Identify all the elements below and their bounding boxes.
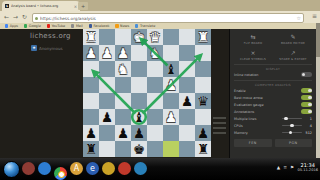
toggle-row: Annotations xyxy=(234,108,312,115)
board-square[interactable] xyxy=(179,141,195,157)
board-square[interactable] xyxy=(83,109,99,125)
white-queen[interactable]: ♛ xyxy=(149,29,161,45)
board-square[interactable]: ♟ xyxy=(83,45,99,61)
panel-footer: FENPGN xyxy=(234,139,312,147)
board-square[interactable] xyxy=(147,93,163,109)
panel-button-label: SHARE & EXPORT xyxy=(279,57,306,61)
white-rook[interactable]: ♜ xyxy=(197,29,209,45)
bookmark-favicon xyxy=(71,24,74,27)
browser-menu-icon[interactable]: ≡ xyxy=(312,12,317,19)
board-square[interactable] xyxy=(163,141,179,157)
panel-button-clear-symbols[interactable]: ×CLEAR SYMBOLS xyxy=(234,48,272,62)
clock-date: 05.11.2016 xyxy=(297,168,318,172)
lichess-favicon: ♞ xyxy=(5,4,9,8)
board-square[interactable] xyxy=(99,141,115,157)
bookmark-label: Facebook xyxy=(93,24,109,28)
toggle-label: Annotations xyxy=(234,110,254,114)
board-square[interactable] xyxy=(83,61,99,77)
black-pawn[interactable]: ♟ xyxy=(133,125,145,141)
board-square[interactable]: ♟ xyxy=(163,109,179,125)
bookmark-item[interactable]: Translate xyxy=(135,24,155,28)
black-pawn[interactable]: ♟ xyxy=(181,93,193,109)
board-square[interactable] xyxy=(99,93,115,109)
board-square[interactable] xyxy=(179,61,195,77)
board-square[interactable]: ♟ xyxy=(99,109,115,125)
board-square[interactable]: ♝ xyxy=(163,61,179,77)
section-display-toggles: Inline notation xyxy=(234,71,312,78)
bookmark-item[interactable]: News xyxy=(115,24,129,28)
chrome-icon[interactable] xyxy=(54,167,67,180)
board-square[interactable]: ♜ xyxy=(83,141,99,157)
footer-button-pgn[interactable]: PGN xyxy=(275,139,313,147)
board-square[interactable] xyxy=(179,125,195,141)
board-square[interactable] xyxy=(83,93,99,109)
move-list-line xyxy=(213,122,226,124)
white-pawn[interactable]: ♟ xyxy=(85,45,97,61)
panel-button-board-editor[interactable]: ✎BOARD EDITOR xyxy=(274,32,312,46)
slider-value: 512 xyxy=(304,131,312,135)
toggle-switch[interactable] xyxy=(301,72,312,77)
toggle-label: Inline notation xyxy=(234,73,258,77)
toggle-row: Best move arrow xyxy=(234,94,312,101)
board-square[interactable] xyxy=(115,109,131,125)
footer-button-fen[interactable]: FEN xyxy=(234,139,272,147)
toggle-label: Enable xyxy=(234,89,246,93)
board-square[interactable] xyxy=(131,61,147,77)
black-bishop[interactable]: ♝ xyxy=(165,61,177,77)
bookmark-favicon xyxy=(47,24,50,27)
slider-label: Multiple lines xyxy=(234,117,280,121)
taskbar-app-icon[interactable] xyxy=(118,162,131,175)
panel-button-label: CLEAR SYMBOLS xyxy=(240,57,266,61)
forward-icon[interactable]: → xyxy=(13,13,18,20)
board-square[interactable]: ♟ xyxy=(99,45,115,61)
slider-value: 4 xyxy=(304,124,312,128)
board-square[interactable] xyxy=(131,45,147,61)
black-king[interactable]: ♚ xyxy=(133,141,145,157)
board-square[interactable] xyxy=(147,109,163,125)
white-pawn[interactable]: ♟ xyxy=(117,45,129,61)
browser-tab-strip: ♞ Analysis board • lichess.org × + xyxy=(0,0,320,11)
board-square[interactable]: ♜ xyxy=(83,29,99,45)
section-analysis-toggles: EnableBest move arrowEvaluation gaugeAnn… xyxy=(234,87,312,115)
board-square[interactable]: ♟ xyxy=(83,125,99,141)
black-rook[interactable]: ♜ xyxy=(197,141,209,157)
board-square[interactable] xyxy=(195,109,211,125)
board-square[interactable] xyxy=(179,77,195,93)
black-rook[interactable]: ♜ xyxy=(85,141,97,157)
slider-track[interactable] xyxy=(282,125,302,127)
chess-board[interactable]: ♜♚♛♜♟♟♟♞♞♝♟♟♛♟♝♟♟♟♟♟♜♚♜ xyxy=(83,29,211,157)
slider-track[interactable] xyxy=(282,132,302,134)
black-queen[interactable]: ♛ xyxy=(197,93,209,109)
panel-action-buttons: ⇆FLIP BOARD✎BOARD EDITOR×CLEAR SYMBOLS↗S… xyxy=(234,32,312,62)
black-bishop[interactable]: ♝ xyxy=(133,109,145,125)
bookmark-label: Translate xyxy=(140,24,155,28)
board-square[interactable]: ♚ xyxy=(131,29,147,45)
scrollbar-thumb[interactable] xyxy=(316,23,320,57)
bookmark-favicon xyxy=(115,24,118,27)
board-square[interactable]: ♜ xyxy=(195,141,211,157)
toggle-label: Evaluation gauge xyxy=(234,103,264,107)
white-knight[interactable]: ♞ xyxy=(117,61,129,77)
bookmark-item[interactable]: Facebook xyxy=(89,24,110,28)
lichess-page: lichess.org ★ Anonymous ♜♚♛♜♟♟♟♞♞♝♟♟♛♟♝♟… xyxy=(0,29,320,158)
taskbar-clock[interactable]: 21:34 05.11.2016 xyxy=(297,162,318,172)
bookmark-favicon xyxy=(89,24,92,27)
bookmark-item[interactable]: Apps xyxy=(5,24,18,28)
board-square[interactable] xyxy=(195,77,211,93)
back-icon[interactable]: ← xyxy=(4,13,9,20)
bookmark-item[interactable]: Google xyxy=(24,24,41,28)
url-text: https://lichess.org/analysis xyxy=(40,16,295,21)
white-rook[interactable]: ♜ xyxy=(85,29,97,45)
board-square[interactable] xyxy=(163,45,179,61)
board-square[interactable]: ♟ xyxy=(179,93,195,109)
panel-button-label: BOARD EDITOR xyxy=(281,41,305,45)
board-square[interactable] xyxy=(179,29,195,45)
bookmark-favicon xyxy=(135,24,138,27)
tray-icon[interactable]: ≡ xyxy=(283,165,287,170)
board-square[interactable] xyxy=(195,61,211,77)
tray-icon[interactable]: ⚑ xyxy=(290,165,294,170)
black-pawn[interactable]: ♟ xyxy=(85,125,97,141)
white-pawn[interactable]: ♟ xyxy=(165,109,177,125)
bookmark-item[interactable]: Mail xyxy=(71,24,83,28)
bookmark-label: Apps xyxy=(10,24,18,28)
bookmark-star-icon[interactable]: ☆ xyxy=(297,15,301,21)
move-list-line xyxy=(213,127,226,129)
black-pawn[interactable]: ♟ xyxy=(101,109,113,125)
bookmark-favicon xyxy=(5,24,8,27)
board-square[interactable]: ♟ xyxy=(131,125,147,141)
slider-label: CPUs xyxy=(234,124,280,128)
board-square[interactable] xyxy=(131,77,147,93)
taskbar-app-icon[interactable] xyxy=(38,162,51,175)
board-square[interactable] xyxy=(83,77,99,93)
board-square[interactable] xyxy=(179,45,195,61)
board-square[interactable]: ♟ xyxy=(115,45,131,61)
board-square[interactable] xyxy=(99,125,115,141)
panel-button-icon: ✎ xyxy=(290,33,295,40)
board-square[interactable]: ♟ xyxy=(195,125,211,141)
browser-tab[interactable]: ♞ Analysis board • lichess.org × xyxy=(2,1,80,11)
white-knight[interactable]: ♞ xyxy=(149,45,161,61)
slider-row: Memory512 xyxy=(234,129,312,136)
bookmark-label: YouTube xyxy=(51,24,65,28)
section-analysis-sliders: Multiple lines1CPUs4Memory512 xyxy=(234,115,312,136)
panel-button-icon: ⇆ xyxy=(250,33,255,40)
toggle-row: Enable xyxy=(234,87,312,94)
panel-button-icon: ↗ xyxy=(290,49,295,56)
tray-icon[interactable]: ▲ xyxy=(277,165,280,170)
analysis-settings-panel: ⇆FLIP BOARD✎BOARD EDITOR×CLEAR SYMBOLS↗S… xyxy=(229,29,316,158)
slider-label: Memory xyxy=(234,131,280,135)
section-display-title: DISPLAY xyxy=(234,64,312,71)
start-button[interactable] xyxy=(3,161,20,178)
lichess-logo[interactable]: lichess.org xyxy=(30,32,71,40)
user-row[interactable]: ★ Anonymous xyxy=(31,45,63,51)
board-square[interactable]: ♛ xyxy=(195,93,211,109)
bookmark-label: News xyxy=(120,24,129,28)
toggle-row: Inline notation xyxy=(234,71,312,78)
board-square[interactable] xyxy=(147,125,163,141)
toggle-switch[interactable] xyxy=(301,95,312,100)
board-square[interactable]: ♛ xyxy=(147,29,163,45)
white-pawn[interactable]: ♟ xyxy=(101,45,113,61)
board-square[interactable]: ♟ xyxy=(115,125,131,141)
board-square[interactable] xyxy=(99,29,115,45)
board-square[interactable] xyxy=(147,61,163,77)
new-tab-button[interactable]: + xyxy=(78,2,88,10)
system-tray[interactable]: ▲≡⚑ xyxy=(277,165,294,170)
panel-button-flip-board[interactable]: ⇆FLIP BOARD xyxy=(234,32,272,46)
board-square[interactable]: ♜ xyxy=(195,29,211,45)
toggle-switch[interactable] xyxy=(301,102,312,107)
taskbar-app-icon[interactable] xyxy=(22,162,35,175)
slider-knob[interactable] xyxy=(290,124,294,128)
bookmark-item[interactable]: YouTube xyxy=(47,24,65,28)
bookmark-label: Mail xyxy=(76,24,83,28)
board-square[interactable] xyxy=(147,141,163,157)
black-pawn[interactable]: ♟ xyxy=(117,125,129,141)
board-square[interactable] xyxy=(115,29,131,45)
board-square[interactable] xyxy=(179,109,195,125)
slider-row: CPUs4 xyxy=(234,122,312,129)
board-square[interactable]: ♝ xyxy=(131,109,147,125)
move-list-line xyxy=(213,132,226,134)
move-list-line xyxy=(213,117,226,119)
board-square[interactable] xyxy=(115,77,131,93)
board-square[interactable]: ♞ xyxy=(147,45,163,61)
tab-close-icon[interactable]: × xyxy=(74,4,77,9)
board-square[interactable] xyxy=(163,29,179,45)
taskbar-app-icon[interactable]: A xyxy=(70,162,83,175)
black-pawn[interactable]: ♟ xyxy=(197,125,209,141)
board-square[interactable] xyxy=(163,93,179,109)
toggle-switch[interactable] xyxy=(301,109,312,114)
board-square[interactable] xyxy=(147,77,163,93)
board-square[interactable] xyxy=(115,141,131,157)
toggle-row: Evaluation gauge xyxy=(234,101,312,108)
board-square[interactable]: ♞ xyxy=(115,61,131,77)
board-square[interactable] xyxy=(195,45,211,61)
slider-knob[interactable] xyxy=(289,131,293,135)
slider-knob[interactable] xyxy=(284,117,288,121)
reload-icon[interactable]: ↻ xyxy=(22,13,27,20)
site-security-icon xyxy=(35,17,38,20)
board-square[interactable] xyxy=(115,93,131,109)
taskbar-app-icon[interactable]: e xyxy=(86,162,99,175)
board-square[interactable] xyxy=(163,125,179,141)
board-square[interactable] xyxy=(99,61,115,77)
panel-button-icon: × xyxy=(250,49,255,56)
bookmark-favicon xyxy=(24,24,27,27)
board-square[interactable] xyxy=(99,77,115,93)
taskbar-app-icon[interactable] xyxy=(134,162,147,175)
username: Anonymous xyxy=(39,46,63,51)
windows-taskbar: ▲≡⚑ 21:34 05.11.2016 Ae xyxy=(0,158,320,180)
panel-button-share-export[interactable]: ↗SHARE & EXPORT xyxy=(274,48,312,62)
white-king[interactable]: ♚ xyxy=(133,29,145,45)
toggle-label: Best move arrow xyxy=(234,96,263,100)
slider-row: Multiple lines1 xyxy=(234,115,312,122)
screen: ♞ Analysis board • lichess.org × + ← → ↻… xyxy=(0,0,320,180)
slider-track[interactable] xyxy=(282,118,302,120)
section-analysis-title: COMPUTER ANALYSIS xyxy=(234,80,312,87)
url-bar[interactable]: https://lichess.org/analysis ☆ xyxy=(32,13,304,23)
tab-title: Analysis board • lichess.org xyxy=(11,4,72,8)
user-badge-icon: ★ xyxy=(31,45,37,51)
white-pawn[interactable]: ♟ xyxy=(165,77,177,93)
panel-button-label: FLIP BOARD xyxy=(244,41,263,45)
board-square[interactable]: ♚ xyxy=(131,141,147,157)
slider-value: 1 xyxy=(304,117,312,121)
toggle-switch[interactable] xyxy=(301,88,312,93)
board-square[interactable]: ♟ xyxy=(163,77,179,93)
board-square[interactable] xyxy=(131,93,147,109)
taskbar-app-icon[interactable] xyxy=(102,162,115,175)
bookmark-label: Google xyxy=(29,24,41,28)
